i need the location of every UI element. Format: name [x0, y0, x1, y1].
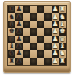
- square-a4[interactable]: [37, 58, 44, 65]
- square-a6[interactable]: [23, 58, 30, 65]
- square-d1[interactable]: ♛: [59, 36, 66, 43]
- square-g2[interactable]: ♟: [52, 13, 59, 20]
- square-b2[interactable]: ♟: [52, 50, 59, 57]
- black-king: ♚: [8, 28, 14, 35]
- square-b8[interactable]: ♞: [8, 50, 15, 57]
- black-queen: ♛: [8, 36, 14, 43]
- square-b5[interactable]: [30, 50, 37, 57]
- square-b1[interactable]: ♞: [59, 50, 66, 57]
- black-pawn: ♟: [16, 21, 22, 28]
- square-a5[interactable]: [30, 58, 37, 65]
- white-pawn: ♟: [52, 43, 58, 50]
- black-pawn: ♟: [16, 58, 22, 65]
- square-g5[interactable]: [30, 13, 37, 20]
- square-f2[interactable]: ♟: [52, 21, 59, 28]
- white-rook: ♜: [59, 58, 65, 65]
- square-h1[interactable]: ♜: [59, 6, 66, 13]
- square-h7[interactable]: ♟: [15, 6, 22, 13]
- square-e8[interactable]: ♚: [8, 28, 15, 35]
- square-e4[interactable]: [37, 28, 44, 35]
- square-a7[interactable]: ♟: [15, 58, 22, 65]
- white-pawn: ♟: [52, 28, 58, 35]
- square-c2[interactable]: ♟: [52, 43, 59, 50]
- white-pawn: ♟: [52, 58, 58, 65]
- black-rook: ♜: [8, 6, 14, 13]
- square-d3[interactable]: [44, 36, 51, 43]
- square-f3[interactable]: [44, 21, 51, 28]
- square-b4[interactable]: [37, 50, 44, 57]
- black-knight: ♞: [8, 13, 14, 20]
- black-pawn: ♟: [16, 6, 22, 13]
- square-h5[interactable]: [30, 6, 37, 13]
- square-f8[interactable]: ♝: [8, 21, 15, 28]
- square-d8[interactable]: ♛: [8, 36, 15, 43]
- square-e3[interactable]: [44, 28, 51, 35]
- chessboard-photo: ♜♟♟♜♞♟♟♞♝♟♟♝♚♟♟♚♛♟♟♛♝♟♟♝♞♟♟♞♜♟♟♜: [0, 0, 75, 75]
- square-e2[interactable]: ♟: [52, 28, 59, 35]
- square-a1[interactable]: ♜: [59, 58, 66, 65]
- square-g4[interactable]: [37, 13, 44, 20]
- black-pawn: ♟: [16, 36, 22, 43]
- black-bishop: ♝: [8, 43, 14, 50]
- black-pawn: ♟: [16, 43, 22, 50]
- square-a8[interactable]: ♜: [8, 58, 15, 65]
- black-rook: ♜: [8, 58, 14, 65]
- square-d7[interactable]: ♟: [15, 36, 22, 43]
- square-h3[interactable]: [44, 6, 51, 13]
- square-h2[interactable]: ♟: [52, 6, 59, 13]
- square-c3[interactable]: [44, 43, 51, 50]
- black-pawn: ♟: [16, 28, 22, 35]
- square-c1[interactable]: ♝: [59, 43, 66, 50]
- square-e6[interactable]: [23, 28, 30, 35]
- square-f4[interactable]: [37, 21, 44, 28]
- square-c5[interactable]: [30, 43, 37, 50]
- chess-board: ♜♟♟♜♞♟♟♞♝♟♟♝♚♟♟♚♛♟♟♛♝♟♟♝♞♟♟♞♜♟♟♜: [7, 5, 67, 66]
- white-pawn: ♟: [52, 6, 58, 13]
- black-knight: ♞: [8, 50, 14, 57]
- white-knight: ♞: [59, 50, 65, 57]
- square-d5[interactable]: [30, 36, 37, 43]
- square-e1[interactable]: ♚: [59, 28, 66, 35]
- black-pawn: ♟: [16, 50, 22, 57]
- square-a2[interactable]: ♟: [52, 58, 59, 65]
- square-f5[interactable]: [30, 21, 37, 28]
- square-h6[interactable]: [23, 6, 30, 13]
- square-c8[interactable]: ♝: [8, 43, 15, 50]
- square-c7[interactable]: ♟: [15, 43, 22, 50]
- square-c6[interactable]: [23, 43, 30, 50]
- square-e5[interactable]: [30, 28, 37, 35]
- square-e7[interactable]: ♟: [15, 28, 22, 35]
- square-b6[interactable]: [23, 50, 30, 57]
- square-d4[interactable]: [37, 36, 44, 43]
- square-g7[interactable]: ♟: [15, 13, 22, 20]
- white-knight: ♞: [59, 13, 65, 20]
- black-bishop: ♝: [8, 21, 14, 28]
- white-pawn: ♟: [52, 21, 58, 28]
- square-h4[interactable]: [37, 6, 44, 13]
- white-queen: ♛: [59, 36, 65, 43]
- square-c4[interactable]: [37, 43, 44, 50]
- square-d2[interactable]: ♟: [52, 36, 59, 43]
- white-bishop: ♝: [59, 21, 65, 28]
- square-f7[interactable]: ♟: [15, 21, 22, 28]
- white-pawn: ♟: [52, 13, 58, 20]
- white-pawn: ♟: [52, 50, 58, 57]
- white-rook: ♜: [59, 6, 65, 13]
- square-f1[interactable]: ♝: [59, 21, 66, 28]
- square-b3[interactable]: [44, 50, 51, 57]
- square-a3[interactable]: [44, 58, 51, 65]
- square-b7[interactable]: ♟: [15, 50, 22, 57]
- square-g1[interactable]: ♞: [59, 13, 66, 20]
- square-g3[interactable]: [44, 13, 51, 20]
- square-g6[interactable]: [23, 13, 30, 20]
- square-g8[interactable]: ♞: [8, 13, 15, 20]
- square-d6[interactable]: [23, 36, 30, 43]
- square-h8[interactable]: ♜: [8, 6, 15, 13]
- white-pawn: ♟: [52, 36, 58, 43]
- square-f6[interactable]: [23, 21, 30, 28]
- board-frame: ♜♟♟♜♞♟♟♞♝♟♟♝♚♟♟♚♛♟♟♛♝♟♟♝♞♟♟♞♜♟♟♜: [3, 1, 71, 73]
- white-bishop: ♝: [59, 43, 65, 50]
- black-pawn: ♟: [16, 13, 22, 20]
- white-king: ♚: [59, 28, 65, 35]
